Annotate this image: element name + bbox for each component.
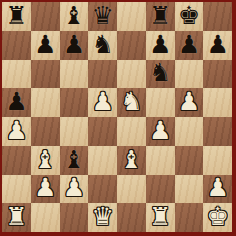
square-f2[interactable] xyxy=(146,175,175,204)
square-h6[interactable] xyxy=(203,60,232,89)
piece-white-bishop[interactable]: ♝ xyxy=(34,147,56,172)
square-g1[interactable] xyxy=(175,203,204,232)
chess-board: ♜♝♛♜♚♟♟♞♟♟♟♞♟♟♞♟♟♟♝♝♝♟♟♟♜♛♜♚ xyxy=(2,2,232,232)
square-h1[interactable]: ♚ xyxy=(203,203,232,232)
square-g7[interactable]: ♟ xyxy=(175,31,204,60)
square-e8[interactable] xyxy=(117,2,146,31)
square-e5[interactable]: ♞ xyxy=(117,88,146,117)
square-a2[interactable] xyxy=(2,175,31,204)
square-g3[interactable] xyxy=(175,146,204,175)
square-h8[interactable] xyxy=(203,2,232,31)
piece-white-rook[interactable]: ♜ xyxy=(149,204,171,229)
square-c5[interactable] xyxy=(60,88,89,117)
piece-black-bishop[interactable]: ♝ xyxy=(63,147,85,172)
piece-black-pawn[interactable]: ♟ xyxy=(178,32,200,57)
square-a1[interactable]: ♜ xyxy=(2,203,31,232)
square-b8[interactable] xyxy=(31,2,60,31)
piece-white-pawn[interactable]: ♟ xyxy=(5,118,27,143)
square-a5[interactable]: ♟ xyxy=(2,88,31,117)
square-f3[interactable] xyxy=(146,146,175,175)
piece-white-pawn[interactable]: ♟ xyxy=(34,175,56,200)
square-a7[interactable] xyxy=(2,31,31,60)
piece-black-king[interactable]: ♚ xyxy=(178,3,200,28)
piece-white-pawn[interactable]: ♟ xyxy=(206,175,228,200)
piece-white-pawn[interactable]: ♟ xyxy=(91,89,113,114)
square-f7[interactable]: ♟ xyxy=(146,31,175,60)
square-a3[interactable] xyxy=(2,146,31,175)
square-e3[interactable]: ♝ xyxy=(117,146,146,175)
square-f4[interactable]: ♟ xyxy=(146,117,175,146)
square-e7[interactable] xyxy=(117,31,146,60)
square-a8[interactable]: ♜ xyxy=(2,2,31,31)
piece-black-pawn[interactable]: ♟ xyxy=(63,32,85,57)
square-c8[interactable]: ♝ xyxy=(60,2,89,31)
piece-black-knight[interactable]: ♞ xyxy=(149,60,171,85)
square-d8[interactable]: ♛ xyxy=(88,2,117,31)
square-g2[interactable] xyxy=(175,175,204,204)
square-d6[interactable] xyxy=(88,60,117,89)
square-e4[interactable] xyxy=(117,117,146,146)
piece-black-knight[interactable]: ♞ xyxy=(91,32,113,57)
piece-black-pawn[interactable]: ♟ xyxy=(5,89,27,114)
square-b4[interactable] xyxy=(31,117,60,146)
square-h2[interactable]: ♟ xyxy=(203,175,232,204)
square-c2[interactable]: ♟ xyxy=(60,175,89,204)
square-d1[interactable]: ♛ xyxy=(88,203,117,232)
square-g5[interactable]: ♟ xyxy=(175,88,204,117)
piece-white-bishop[interactable]: ♝ xyxy=(120,147,142,172)
square-d7[interactable]: ♞ xyxy=(88,31,117,60)
piece-white-pawn[interactable]: ♟ xyxy=(149,118,171,143)
piece-white-rook[interactable]: ♜ xyxy=(5,204,27,229)
square-f8[interactable]: ♜ xyxy=(146,2,175,31)
square-c6[interactable] xyxy=(60,60,89,89)
square-b2[interactable]: ♟ xyxy=(31,175,60,204)
square-d3[interactable] xyxy=(88,146,117,175)
piece-white-pawn[interactable]: ♟ xyxy=(178,89,200,114)
square-c4[interactable] xyxy=(60,117,89,146)
piece-black-pawn[interactable]: ♟ xyxy=(149,32,171,57)
piece-white-king[interactable]: ♚ xyxy=(206,204,228,229)
piece-black-pawn[interactable]: ♟ xyxy=(34,32,56,57)
piece-white-pawn[interactable]: ♟ xyxy=(63,175,85,200)
square-g8[interactable]: ♚ xyxy=(175,2,204,31)
square-b6[interactable] xyxy=(31,60,60,89)
square-h4[interactable] xyxy=(203,117,232,146)
piece-black-queen[interactable]: ♛ xyxy=(91,3,113,28)
square-b3[interactable]: ♝ xyxy=(31,146,60,175)
piece-black-pawn[interactable]: ♟ xyxy=(206,32,228,57)
square-b7[interactable]: ♟ xyxy=(31,31,60,60)
piece-black-rook[interactable]: ♜ xyxy=(5,3,27,28)
square-e2[interactable] xyxy=(117,175,146,204)
square-h3[interactable] xyxy=(203,146,232,175)
square-d5[interactable]: ♟ xyxy=(88,88,117,117)
square-g6[interactable] xyxy=(175,60,204,89)
square-e6[interactable] xyxy=(117,60,146,89)
square-g4[interactable] xyxy=(175,117,204,146)
chess-board-frame: ♜♝♛♜♚♟♟♞♟♟♟♞♟♟♞♟♟♟♝♝♝♟♟♟♜♛♜♚ xyxy=(0,0,236,236)
square-b5[interactable] xyxy=(31,88,60,117)
piece-black-bishop[interactable]: ♝ xyxy=(63,3,85,28)
piece-white-knight[interactable]: ♞ xyxy=(120,89,142,114)
square-f1[interactable]: ♜ xyxy=(146,203,175,232)
square-h7[interactable]: ♟ xyxy=(203,31,232,60)
square-e1[interactable] xyxy=(117,203,146,232)
square-c3[interactable]: ♝ xyxy=(60,146,89,175)
square-b1[interactable] xyxy=(31,203,60,232)
square-a6[interactable] xyxy=(2,60,31,89)
square-h5[interactable] xyxy=(203,88,232,117)
square-d2[interactable] xyxy=(88,175,117,204)
piece-white-queen[interactable]: ♛ xyxy=(91,204,113,229)
square-c1[interactable] xyxy=(60,203,89,232)
square-c7[interactable]: ♟ xyxy=(60,31,89,60)
square-d4[interactable] xyxy=(88,117,117,146)
square-f5[interactable] xyxy=(146,88,175,117)
square-f6[interactable]: ♞ xyxy=(146,60,175,89)
square-a4[interactable]: ♟ xyxy=(2,117,31,146)
piece-black-rook[interactable]: ♜ xyxy=(149,3,171,28)
